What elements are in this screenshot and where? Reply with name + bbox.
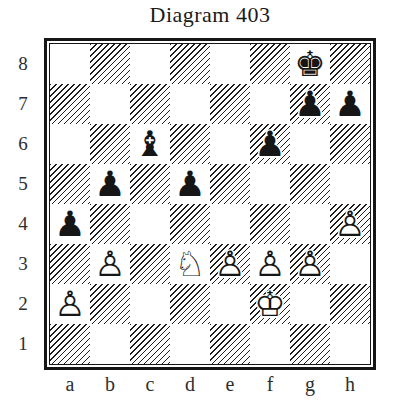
square-h6 bbox=[330, 124, 370, 164]
rank-label-3: 3 bbox=[10, 244, 36, 284]
square-h8 bbox=[330, 44, 370, 84]
piece-white-pawn-fill: ♟ bbox=[290, 244, 330, 284]
square-h7: ♟ bbox=[330, 84, 370, 124]
diagram-title: Diagram 403 bbox=[44, 2, 376, 28]
piece-white-knight-fill: ♞ bbox=[170, 244, 210, 284]
square-a6 bbox=[50, 124, 90, 164]
file-label-f: f bbox=[250, 371, 290, 398]
piece-white-king: ♔ bbox=[250, 284, 290, 324]
square-e3: ♟♙ bbox=[210, 244, 250, 284]
piece-white-pawn: ♙ bbox=[330, 204, 370, 244]
square-f1 bbox=[250, 324, 290, 364]
square-c2 bbox=[130, 284, 170, 324]
square-a4: ♟ bbox=[50, 204, 90, 244]
square-a5 bbox=[50, 164, 90, 204]
square-d2 bbox=[170, 284, 210, 324]
square-b1 bbox=[90, 324, 130, 364]
square-e5 bbox=[210, 164, 250, 204]
square-h2 bbox=[330, 284, 370, 324]
square-f4 bbox=[250, 204, 290, 244]
square-a8 bbox=[50, 44, 90, 84]
file-labels: abcdefgh bbox=[50, 371, 370, 398]
piece-black-bishop: ♝ bbox=[130, 124, 170, 164]
piece-black-king: ♚ bbox=[290, 44, 330, 84]
square-c8 bbox=[130, 44, 170, 84]
square-d4 bbox=[170, 204, 210, 244]
piece-white-pawn: ♙ bbox=[290, 244, 330, 284]
file-label-a: a bbox=[50, 371, 90, 398]
piece-white-pawn: ♙ bbox=[250, 244, 290, 284]
square-a1 bbox=[50, 324, 90, 364]
square-b5: ♟ bbox=[90, 164, 130, 204]
chess-board-inner: ♚♟♟♝♟♟♟♟♟♙♟♙♞♘♟♙♟♙♟♙♟♙♚♔ bbox=[49, 43, 371, 365]
square-b4 bbox=[90, 204, 130, 244]
file-label-b: b bbox=[90, 371, 130, 398]
rank-label-1: 1 bbox=[10, 324, 36, 364]
square-f6: ♟ bbox=[250, 124, 290, 164]
square-c7 bbox=[130, 84, 170, 124]
square-h5 bbox=[330, 164, 370, 204]
square-c1 bbox=[130, 324, 170, 364]
square-e7 bbox=[210, 84, 250, 124]
square-a7 bbox=[50, 84, 90, 124]
square-h3 bbox=[330, 244, 370, 284]
square-b7 bbox=[90, 84, 130, 124]
square-d5: ♟ bbox=[170, 164, 210, 204]
chess-board: ♚♟♟♝♟♟♟♟♟♙♟♙♞♘♟♙♟♙♟♙♟♙♚♔ bbox=[44, 38, 376, 370]
square-d3: ♞♘ bbox=[170, 244, 210, 284]
square-f3: ♟♙ bbox=[250, 244, 290, 284]
piece-white-pawn-fill: ♟ bbox=[330, 204, 370, 244]
square-c3 bbox=[130, 244, 170, 284]
piece-white-pawn: ♙ bbox=[210, 244, 250, 284]
rank-label-7: 7 bbox=[10, 84, 36, 124]
piece-white-king-fill: ♚ bbox=[250, 284, 290, 324]
square-h4: ♟♙ bbox=[330, 204, 370, 244]
piece-black-pawn: ♟ bbox=[330, 84, 370, 124]
rank-labels: 87654321 bbox=[10, 44, 36, 364]
square-g8: ♚ bbox=[290, 44, 330, 84]
rank-label-8: 8 bbox=[10, 44, 36, 84]
piece-black-pawn: ♟ bbox=[50, 204, 90, 244]
board-grid: ♚♟♟♝♟♟♟♟♟♙♟♙♞♘♟♙♟♙♟♙♟♙♚♔ bbox=[50, 44, 370, 364]
file-label-d: d bbox=[170, 371, 210, 398]
square-c6: ♝ bbox=[130, 124, 170, 164]
square-g6 bbox=[290, 124, 330, 164]
square-f5 bbox=[250, 164, 290, 204]
square-e4 bbox=[210, 204, 250, 244]
square-f8 bbox=[250, 44, 290, 84]
square-d7 bbox=[170, 84, 210, 124]
square-f2: ♚♔ bbox=[250, 284, 290, 324]
piece-white-pawn-fill: ♟ bbox=[90, 244, 130, 284]
rank-label-5: 5 bbox=[10, 164, 36, 204]
square-e8 bbox=[210, 44, 250, 84]
square-e6 bbox=[210, 124, 250, 164]
square-d1 bbox=[170, 324, 210, 364]
piece-white-pawn-fill: ♟ bbox=[50, 284, 90, 324]
square-b8 bbox=[90, 44, 130, 84]
square-b3: ♟♙ bbox=[90, 244, 130, 284]
square-g4 bbox=[290, 204, 330, 244]
square-e2 bbox=[210, 284, 250, 324]
file-label-g: g bbox=[290, 371, 330, 398]
square-c5 bbox=[130, 164, 170, 204]
square-b2 bbox=[90, 284, 130, 324]
piece-black-pawn: ♟ bbox=[90, 164, 130, 204]
square-c4 bbox=[130, 204, 170, 244]
square-d8 bbox=[170, 44, 210, 84]
square-d6 bbox=[170, 124, 210, 164]
square-a2: ♟♙ bbox=[50, 284, 90, 324]
rank-label-4: 4 bbox=[10, 204, 36, 244]
piece-black-pawn: ♟ bbox=[250, 124, 290, 164]
file-label-e: e bbox=[210, 371, 250, 398]
piece-white-pawn-fill: ♟ bbox=[210, 244, 250, 284]
square-h1 bbox=[330, 324, 370, 364]
square-b6 bbox=[90, 124, 130, 164]
piece-white-knight: ♘ bbox=[170, 244, 210, 284]
piece-black-pawn: ♟ bbox=[290, 84, 330, 124]
file-label-h: h bbox=[330, 371, 370, 398]
rank-label-6: 6 bbox=[10, 124, 36, 164]
square-g5 bbox=[290, 164, 330, 204]
square-e1 bbox=[210, 324, 250, 364]
piece-black-pawn: ♟ bbox=[170, 164, 210, 204]
square-a3 bbox=[50, 244, 90, 284]
square-f7 bbox=[250, 84, 290, 124]
piece-white-pawn: ♙ bbox=[90, 244, 130, 284]
piece-white-pawn: ♙ bbox=[50, 284, 90, 324]
piece-white-pawn-fill: ♟ bbox=[250, 244, 290, 284]
square-g2 bbox=[290, 284, 330, 324]
square-g3: ♟♙ bbox=[290, 244, 330, 284]
rank-label-2: 2 bbox=[10, 284, 36, 324]
square-g7: ♟ bbox=[290, 84, 330, 124]
square-g1 bbox=[290, 324, 330, 364]
file-label-c: c bbox=[130, 371, 170, 398]
